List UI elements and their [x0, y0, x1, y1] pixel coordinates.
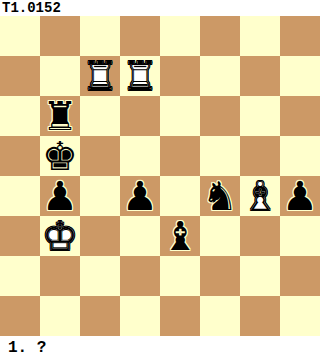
- square-d5[interactable]: [120, 136, 160, 176]
- square-a7[interactable]: [0, 56, 40, 96]
- move-prompt: 1. ?: [8, 337, 46, 359]
- square-c5[interactable]: [80, 136, 120, 176]
- square-f8[interactable]: [200, 16, 240, 56]
- square-d3[interactable]: [120, 216, 160, 256]
- square-g8[interactable]: [240, 16, 280, 56]
- square-d8[interactable]: [120, 16, 160, 56]
- square-g1[interactable]: [240, 296, 280, 336]
- square-f2[interactable]: [200, 256, 240, 296]
- square-c7[interactable]: ♜♖: [80, 56, 120, 96]
- piece-black-bishop[interactable]: ♝: [160, 216, 200, 256]
- square-g7[interactable]: [240, 56, 280, 96]
- square-f6[interactable]: [200, 96, 240, 136]
- chess-puzzle-window: T1.0152 ♜♖♜♖♜♚♟♟♞♝♗♟♚♔♝ 1. ?: [0, 0, 320, 360]
- square-a4[interactable]: [0, 176, 40, 216]
- square-a5[interactable]: [0, 136, 40, 176]
- chess-board: ♜♖♜♖♜♚♟♟♞♝♗♟♚♔♝: [0, 16, 320, 336]
- square-a8[interactable]: [0, 16, 40, 56]
- piece-black-pawn[interactable]: ♟: [280, 176, 320, 216]
- square-h5[interactable]: [280, 136, 320, 176]
- square-c3[interactable]: [80, 216, 120, 256]
- square-b8[interactable]: [40, 16, 80, 56]
- piece-white-rook[interactable]: ♖: [120, 56, 160, 96]
- square-e5[interactable]: [160, 136, 200, 176]
- square-e1[interactable]: [160, 296, 200, 336]
- piece-black-knight[interactable]: ♞: [200, 176, 240, 216]
- square-h8[interactable]: [280, 16, 320, 56]
- square-d6[interactable]: [120, 96, 160, 136]
- piece-white-bishop[interactable]: ♗: [240, 176, 280, 216]
- square-g6[interactable]: [240, 96, 280, 136]
- square-f1[interactable]: [200, 296, 240, 336]
- square-g4[interactable]: ♝♗: [240, 176, 280, 216]
- square-c6[interactable]: [80, 96, 120, 136]
- square-h4[interactable]: ♟: [280, 176, 320, 216]
- square-e8[interactable]: [160, 16, 200, 56]
- square-h7[interactable]: [280, 56, 320, 96]
- square-h2[interactable]: [280, 256, 320, 296]
- piece-black-rook[interactable]: ♜: [40, 96, 80, 136]
- square-e6[interactable]: [160, 96, 200, 136]
- piece-white-king[interactable]: ♔: [40, 216, 80, 256]
- piece-white-rook[interactable]: ♖: [80, 56, 120, 96]
- square-d2[interactable]: [120, 256, 160, 296]
- square-d7[interactable]: ♜♖: [120, 56, 160, 96]
- square-g2[interactable]: [240, 256, 280, 296]
- square-b5[interactable]: ♚: [40, 136, 80, 176]
- square-a2[interactable]: [0, 256, 40, 296]
- square-e3[interactable]: ♝: [160, 216, 200, 256]
- square-e2[interactable]: [160, 256, 200, 296]
- square-h3[interactable]: [280, 216, 320, 256]
- square-b2[interactable]: [40, 256, 80, 296]
- square-h1[interactable]: [280, 296, 320, 336]
- square-f3[interactable]: [200, 216, 240, 256]
- square-a1[interactable]: [0, 296, 40, 336]
- piece-black-pawn[interactable]: ♟: [40, 176, 80, 216]
- square-f4[interactable]: ♞: [200, 176, 240, 216]
- square-b3[interactable]: ♚♔: [40, 216, 80, 256]
- square-a3[interactable]: [0, 216, 40, 256]
- square-c4[interactable]: [80, 176, 120, 216]
- piece-black-pawn[interactable]: ♟: [120, 176, 160, 216]
- piece-black-king[interactable]: ♚: [40, 136, 80, 176]
- square-b1[interactable]: [40, 296, 80, 336]
- square-e4[interactable]: [160, 176, 200, 216]
- square-a6[interactable]: [0, 96, 40, 136]
- square-h6[interactable]: [280, 96, 320, 136]
- square-b4[interactable]: ♟: [40, 176, 80, 216]
- square-e7[interactable]: [160, 56, 200, 96]
- square-c1[interactable]: [80, 296, 120, 336]
- square-g3[interactable]: [240, 216, 280, 256]
- square-b7[interactable]: [40, 56, 80, 96]
- square-c8[interactable]: [80, 16, 120, 56]
- square-c2[interactable]: [80, 256, 120, 296]
- square-f5[interactable]: [200, 136, 240, 176]
- square-f7[interactable]: [200, 56, 240, 96]
- square-b6[interactable]: ♜: [40, 96, 80, 136]
- square-d1[interactable]: [120, 296, 160, 336]
- puzzle-id: T1.0152: [2, 0, 61, 16]
- square-d4[interactable]: ♟: [120, 176, 160, 216]
- square-g5[interactable]: [240, 136, 280, 176]
